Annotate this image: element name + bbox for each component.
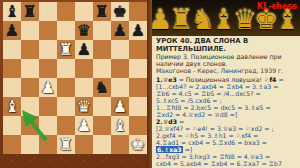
piece-black-knight-f4[interactable]: ♞: [93, 78, 111, 97]
square-a5[interactable]: [3, 59, 21, 78]
square-h8[interactable]: [129, 2, 147, 21]
square-h4[interactable]: [129, 78, 147, 97]
move-line-3[interactable]: ♖b6 = 4.c5 = ♖b5 = /4...dxc5? =: [156, 90, 297, 97]
square-c1[interactable]: [39, 135, 57, 154]
square-g2[interactable]: ♝: [111, 116, 129, 135]
move-line-5[interactable]: 1...♖fd8 = 2.bxc5 = dxc5 = 3.♗e5 =: [156, 104, 297, 111]
move-line-11[interactable]: 6.♗xa3 =]: [156, 146, 297, 153]
square-d6[interactable]: ♜: [57, 40, 75, 59]
move-line-9[interactable]: 2.gxf4 = ♘h5 = 3.♗h1 = ♘xf4 =: [156, 132, 297, 139]
square-h1[interactable]: ♚: [129, 135, 147, 154]
move-segment[interactable]: 2.♕d3: [156, 118, 177, 125]
file-dot: ·: [21, 157, 39, 163]
square-f3[interactable]: [93, 97, 111, 116]
piece-black-king-g8[interactable]: ♚: [111, 2, 129, 21]
example-line1: Пример 3. Позиционное давление при: [156, 53, 297, 60]
square-a7[interactable]: ♟: [3, 21, 21, 40]
square-a1[interactable]: [3, 135, 21, 154]
move-segment[interactable]: =]: [183, 146, 193, 153]
move-segment[interactable]: 2...fxg3 = 3.hxg3 = ♖fd8 = 4.♕e3 =: [156, 153, 270, 160]
piece-white-bishop-a3[interactable]: ♝: [3, 97, 21, 116]
square-e4[interactable]: [75, 78, 93, 97]
move-line-10[interactable]: 4.♖ad1 = cxb4 = 5.♖xd6 = bxa3 =: [156, 139, 297, 146]
move-line-6[interactable]: ♖xd2 = 4.♕xd2 = ♕d8 =]: [156, 111, 297, 118]
square-d8[interactable]: [57, 2, 75, 21]
movetext[interactable]: 1.♕e3 = Позиционная ловушка! ♘f4 =[1...c…: [156, 76, 297, 168]
move-segment[interactable]: 1.♕e3: [156, 76, 177, 83]
move-line-1[interactable]: 1.♕e3 = Позиционная ловушка! ♘f4 =: [156, 76, 297, 83]
square-h7[interactable]: ♟: [129, 21, 147, 40]
square-g5[interactable]: [111, 59, 129, 78]
piece-white-pawn-c4[interactable]: ♟: [39, 78, 57, 97]
move-segment[interactable]: [1...cxb4? = 2.axb4 = ♖xb4 = 3.♗a3 =: [156, 83, 278, 90]
piece-black-pawn-e6[interactable]: ♟: [75, 40, 93, 59]
lesson-title-line2: МИТТЕЛЬШПИЛЕ.: [156, 46, 297, 54]
square-c3[interactable]: [39, 97, 57, 116]
square-f8[interactable]: ♜: [93, 2, 111, 21]
example-line2: наличии двух слонов.: [156, 60, 297, 67]
file-dot: ·: [39, 157, 57, 163]
move-line-8[interactable]: [2.♕xf4? = ♘e4! = 3.♕e3 = ♘xd2 = ;: [156, 125, 297, 132]
square-f1[interactable]: [93, 135, 111, 154]
square-b7[interactable]: [21, 21, 39, 40]
square-b1[interactable]: [21, 135, 39, 154]
square-g4[interactable]: [111, 78, 129, 97]
square-b2[interactable]: [21, 116, 39, 135]
square-e7[interactable]: ♛: [75, 21, 93, 40]
move-segment[interactable]: 4.♖ad1 = cxb4 = 5.♖xd6 = bxa3 =: [156, 139, 267, 146]
square-g3[interactable]: ♟: [111, 97, 129, 116]
move-line-12[interactable]: 2...fxg3 = 3.hxg3 = ♖fd8 = 4.♕e3 =: [156, 153, 297, 160]
square-g6[interactable]: [111, 40, 129, 59]
move-segment[interactable]: [2.♕xf4? = ♘e4! = 3.♕e3 = ♘xd2 = ;: [156, 125, 274, 132]
logo-underline: [271, 6, 297, 7]
square-d4[interactable]: [57, 78, 75, 97]
square-e8[interactable]: [75, 2, 93, 21]
move-line-14[interactable]: = 7.♖a6 = ♖c7 = 8.♗h3 = e5 = 9.♗a3: [156, 167, 297, 168]
square-d2[interactable]: [57, 116, 75, 135]
square-f2[interactable]: [93, 116, 111, 135]
current-move-highlight[interactable]: 6.♗xa3: [156, 146, 183, 153]
piece-black-pawn-g7[interactable]: ♟: [111, 21, 129, 40]
piece-white-pawn-g3[interactable]: ♟: [111, 97, 129, 116]
move-segment[interactable]: cxb4 = 5.axb4 = ♖xb4 = 6.♖xa7 = ♖b7: [156, 160, 282, 167]
board-file-coordinates: ········: [3, 157, 147, 163]
square-e3[interactable]: ♛: [75, 97, 93, 116]
piece-white-pawn-e2[interactable]: ♟: [75, 116, 93, 135]
move-segment[interactable]: ♖b6 = 4.c5 = ♖b5 = /4...dxc5? =: [156, 90, 261, 97]
players-line: Макогонов - Керес, Ленинград, 1939 г.: [156, 67, 297, 74]
square-f5[interactable]: [93, 59, 111, 78]
square-a3[interactable]: ♝: [3, 97, 21, 116]
square-e1[interactable]: [75, 135, 93, 154]
annotation-text-panel: УРОК 40. ДВА СЛОНА В МИТТЕЛЬШПИЛЕ. Приме…: [152, 36, 300, 168]
square-b6[interactable]: [21, 40, 39, 59]
square-h2[interactable]: [129, 116, 147, 135]
square-f7[interactable]: [93, 21, 111, 40]
move-segment[interactable]: 5.♗xc5 = /5.cxd6 = ;: [156, 97, 222, 104]
square-c8[interactable]: [39, 2, 57, 21]
piece-white-rook-d1[interactable]: ♜: [57, 135, 75, 154]
piece-white-rook-d6[interactable]: ♜: [57, 40, 75, 59]
square-b4[interactable]: [21, 78, 39, 97]
square-e6[interactable]: ♟: [75, 40, 93, 59]
move-segment[interactable]: =: [276, 76, 283, 83]
square-h6[interactable]: [129, 40, 147, 59]
move-line-13[interactable]: cxb4 = 5.axb4 = ♖xb4 = 6.♖xa7 = ♖b7: [156, 160, 297, 167]
chess-board[interactable]: ♝♜♜♚♟♛♟♟♜♟♟♞♝♛♟♟♝♜♚: [3, 2, 147, 154]
square-c4[interactable]: ♟: [39, 78, 57, 97]
piece-black-rook-f8[interactable]: ♜: [93, 2, 111, 21]
lesson-panel: ♟♜♞♝♛♚♝♞♜♟ KL-chess УРОК 40. ДВА СЛОНА В…: [152, 0, 300, 168]
piece-white-bishop-g2[interactable]: ♝: [111, 116, 129, 135]
square-d7[interactable]: [57, 21, 75, 40]
square-g7[interactable]: ♟: [111, 21, 129, 40]
square-f4[interactable]: ♞: [93, 78, 111, 97]
piece-white-queen-e3[interactable]: ♛: [75, 97, 93, 116]
file-dot: ·: [3, 157, 21, 163]
square-g8[interactable]: ♚: [111, 2, 129, 21]
move-segment[interactable]: ♘f4: [264, 76, 277, 83]
move-line-4[interactable]: 5.♗xc5 = /5.cxd6 = ;: [156, 97, 297, 104]
square-b8[interactable]: ♜: [21, 2, 39, 21]
square-b5[interactable]: [21, 59, 39, 78]
square-d3[interactable]: [57, 97, 75, 116]
square-h5[interactable]: [129, 59, 147, 78]
square-e2[interactable]: ♟: [75, 116, 93, 135]
header-photo: ♟♜♞♝♛♚♝♞♜♟ KL-chess: [152, 0, 300, 36]
square-c2[interactable]: [39, 116, 57, 135]
square-g1[interactable]: [111, 135, 129, 154]
piece-black-pawn-a7[interactable]: ♟: [3, 21, 21, 40]
move-line-7[interactable]: 2.♕d3 =: [156, 118, 297, 125]
square-b3[interactable]: [21, 97, 39, 116]
move-line-2[interactable]: [1...cxb4? = 2.axb4 = ♖xb4 = 3.♗a3 =: [156, 83, 297, 90]
chess-board-frame: ♝♜♜♚♟♛♟♟♜♟♟♞♝♛♟♟♝♜♚ ········: [0, 0, 152, 168]
file-dot: ·: [129, 157, 147, 163]
move-segment[interactable]: ♖xd2 = 4.♕xd2 = ♕d8 =]: [156, 111, 237, 118]
file-dot: ·: [57, 157, 75, 163]
square-d1[interactable]: ♜: [57, 135, 75, 154]
piece-black-pawn-h7[interactable]: ♟: [129, 21, 147, 40]
square-a6[interactable]: [3, 40, 21, 59]
piece-white-king-h1[interactable]: ♚: [129, 135, 147, 154]
square-e5[interactable]: [75, 59, 93, 78]
move-segment[interactable]: =: [177, 118, 184, 125]
square-a4[interactable]: [3, 78, 21, 97]
square-d5[interactable]: [57, 59, 75, 78]
square-a2[interactable]: [3, 116, 21, 135]
square-c6[interactable]: [39, 40, 57, 59]
move-segment[interactable]: =: [177, 76, 186, 83]
square-h3[interactable]: [129, 97, 147, 116]
square-c7[interactable]: [39, 21, 57, 40]
video-frame: ♝♜♜♚♟♛♟♟♜♟♟♞♝♛♟♟♝♜♚ ········ ♟♜♞♝♛♚♝♞♜♟ …: [0, 0, 300, 168]
move-segment[interactable]: 2.gxf4 = ♘h5 = 3.♗h1 = ♘xf4 =: [156, 132, 258, 139]
move-segment: Позиционная ловушка!: [186, 76, 264, 83]
file-dot: ·: [75, 157, 93, 163]
square-c5[interactable]: [39, 59, 57, 78]
file-dot: ·: [93, 157, 111, 163]
file-dot: ·: [111, 157, 129, 163]
square-f6[interactable]: [93, 40, 111, 59]
piece-black-bishop-a8[interactable]: ♝: [3, 2, 21, 21]
square-a8[interactable]: ♝: [3, 2, 21, 21]
piece-black-queen-e7[interactable]: ♛: [75, 21, 93, 40]
piece-black-rook-b8[interactable]: ♜: [21, 2, 39, 21]
move-segment[interactable]: 1...♖fd8 = 2.bxc5 = dxc5 = 3.♗e5 =: [156, 104, 271, 111]
move-segment[interactable]: = 7.♖a6 = ♖c7 = 8.♗h3 = e5 = 9.♗a3: [156, 167, 278, 168]
